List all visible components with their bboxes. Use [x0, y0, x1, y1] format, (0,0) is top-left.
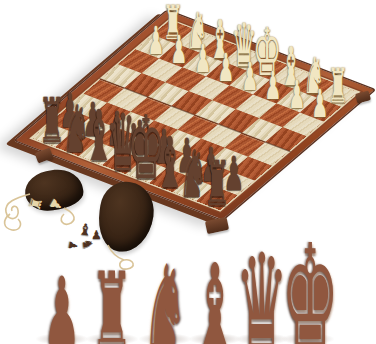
- display-piece-pawn: ♟: [35, 266, 89, 344]
- chess-set-product-photo: ♜♞♟♝♟♛♟♚♟♝♟♞♟♜♟♟♟♟♜♟♞♟♝♟♛♟♚♟♝♟♞♜ ♜ ♟ ♝ ♟…: [0, 0, 376, 344]
- display-piece-bishop: ♝: [188, 249, 242, 344]
- spare-piece-black-pawn: ♟: [67, 240, 80, 252]
- piece-white-pawn: ♟: [297, 84, 344, 123]
- display-piece-rook: ♜: [85, 258, 139, 344]
- display-piece-knight: ♞: [138, 250, 192, 344]
- display-piece-king: ♚: [281, 226, 335, 344]
- piece-black-rook: ♜: [193, 154, 240, 216]
